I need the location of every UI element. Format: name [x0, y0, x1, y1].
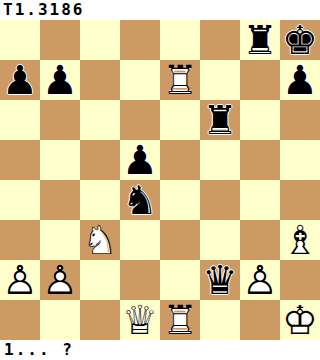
square-a7[interactable]: ♟︎: [0, 60, 40, 100]
square-c4[interactable]: [80, 180, 120, 220]
square-f6[interactable]: ♜︎: [200, 100, 240, 140]
square-f4[interactable]: [200, 180, 240, 220]
square-g5[interactable]: [240, 140, 280, 180]
piece-white-pawn[interactable]: ♟︎♙︎: [240, 260, 280, 300]
piece-black-king[interactable]: ♚︎: [280, 20, 320, 60]
piece-white-pawn[interactable]: ♟︎♙︎: [0, 260, 40, 300]
square-a5[interactable]: [0, 140, 40, 180]
square-a3[interactable]: [0, 220, 40, 260]
square-c6[interactable]: [80, 100, 120, 140]
square-c7[interactable]: [80, 60, 120, 100]
square-a6[interactable]: [0, 100, 40, 140]
piece-black-pawn[interactable]: ♟︎: [0, 60, 40, 100]
white-rook-icon: ♖︎: [160, 300, 200, 340]
square-h6[interactable]: [280, 100, 320, 140]
square-d7[interactable]: [120, 60, 160, 100]
square-f7[interactable]: [200, 60, 240, 100]
piece-black-knight[interactable]: ♞︎: [120, 180, 160, 220]
white-pawn-icon: ♙︎: [0, 260, 40, 300]
square-d2[interactable]: [120, 260, 160, 300]
square-d3[interactable]: [120, 220, 160, 260]
piece-black-pawn[interactable]: ♟︎: [120, 140, 160, 180]
square-b2[interactable]: ♟︎♙︎: [40, 260, 80, 300]
white-king-icon: ♔︎: [280, 300, 320, 340]
square-h7[interactable]: ♟︎: [280, 60, 320, 100]
square-b8[interactable]: [40, 20, 80, 60]
square-e3[interactable]: [160, 220, 200, 260]
piece-white-pawn[interactable]: ♟︎♙︎: [40, 260, 80, 300]
square-e8[interactable]: [160, 20, 200, 60]
square-h8[interactable]: ♚︎: [280, 20, 320, 60]
move-prompt: 1... ?: [0, 340, 320, 360]
square-d1[interactable]: ♛︎♕︎: [120, 300, 160, 340]
square-h5[interactable]: [280, 140, 320, 180]
square-b3[interactable]: [40, 220, 80, 260]
piece-white-king[interactable]: ♚︎♔︎: [280, 300, 320, 340]
white-queen-icon: ♕︎: [120, 300, 160, 340]
square-g4[interactable]: [240, 180, 280, 220]
square-d4[interactable]: ♞︎: [120, 180, 160, 220]
square-a4[interactable]: [0, 180, 40, 220]
piece-black-rook[interactable]: ♜︎: [200, 100, 240, 140]
square-h3[interactable]: ♝︎♗︎: [280, 220, 320, 260]
white-pawn-icon: ♙︎: [240, 260, 280, 300]
square-f5[interactable]: [200, 140, 240, 180]
white-bishop-icon: ♗︎: [280, 220, 320, 260]
piece-black-rook[interactable]: ♜︎: [240, 20, 280, 60]
square-d5[interactable]: ♟︎: [120, 140, 160, 180]
square-b4[interactable]: [40, 180, 80, 220]
chess-puzzle-window: T1.3186 ♜︎♚︎♟︎♟︎♜︎♖︎♟︎♜︎♟︎♞︎♞︎♘︎♝︎♗︎♟︎♙︎…: [0, 0, 320, 360]
square-g7[interactable]: [240, 60, 280, 100]
square-h2[interactable]: [280, 260, 320, 300]
white-rook-icon: ♖︎: [160, 60, 200, 100]
square-b6[interactable]: [40, 100, 80, 140]
piece-white-rook[interactable]: ♜︎♖︎: [160, 300, 200, 340]
square-b7[interactable]: ♟︎: [40, 60, 80, 100]
square-c8[interactable]: [80, 20, 120, 60]
square-c5[interactable]: [80, 140, 120, 180]
chess-board: ♜︎♚︎♟︎♟︎♜︎♖︎♟︎♜︎♟︎♞︎♞︎♘︎♝︎♗︎♟︎♙︎♟︎♙︎♛︎♟︎…: [0, 20, 320, 340]
square-e4[interactable]: [160, 180, 200, 220]
white-knight-icon: ♘︎: [80, 220, 120, 260]
square-e5[interactable]: [160, 140, 200, 180]
square-h4[interactable]: [280, 180, 320, 220]
piece-white-bishop[interactable]: ♝︎♗︎: [280, 220, 320, 260]
square-a2[interactable]: ♟︎♙︎: [0, 260, 40, 300]
piece-black-pawn[interactable]: ♟︎: [280, 60, 320, 100]
square-g2[interactable]: ♟︎♙︎: [240, 260, 280, 300]
piece-white-knight[interactable]: ♞︎♘︎: [80, 220, 120, 260]
square-b1[interactable]: [40, 300, 80, 340]
square-d8[interactable]: [120, 20, 160, 60]
square-e7[interactable]: ♜︎♖︎: [160, 60, 200, 100]
square-e1[interactable]: ♜︎♖︎: [160, 300, 200, 340]
square-c3[interactable]: ♞︎♘︎: [80, 220, 120, 260]
square-g8[interactable]: ♜︎: [240, 20, 280, 60]
square-e6[interactable]: [160, 100, 200, 140]
square-c2[interactable]: [80, 260, 120, 300]
square-g1[interactable]: [240, 300, 280, 340]
piece-black-pawn[interactable]: ♟︎: [40, 60, 80, 100]
square-a8[interactable]: [0, 20, 40, 60]
square-e2[interactable]: [160, 260, 200, 300]
square-f2[interactable]: ♛︎: [200, 260, 240, 300]
white-pawn-icon: ♙︎: [40, 260, 80, 300]
square-b5[interactable]: [40, 140, 80, 180]
piece-white-rook[interactable]: ♜︎♖︎: [160, 60, 200, 100]
square-g6[interactable]: [240, 100, 280, 140]
square-f8[interactable]: [200, 20, 240, 60]
square-d6[interactable]: [120, 100, 160, 140]
square-f1[interactable]: [200, 300, 240, 340]
square-h1[interactable]: ♚︎♔︎: [280, 300, 320, 340]
square-f3[interactable]: [200, 220, 240, 260]
square-g3[interactable]: [240, 220, 280, 260]
square-c1[interactable]: [80, 300, 120, 340]
square-a1[interactable]: [0, 300, 40, 340]
piece-white-queen[interactable]: ♛︎♕︎: [120, 300, 160, 340]
piece-black-queen[interactable]: ♛︎: [200, 260, 240, 300]
